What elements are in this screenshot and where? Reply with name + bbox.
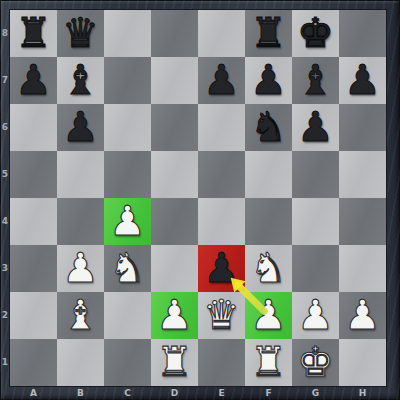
square-g3[interactable] — [292, 245, 339, 292]
white-pawn-c4[interactable]: ♟ — [104, 197, 151, 244]
chess-app-window: ♜♛♜♚♟♝♟♟♝♟♟♞♟♟♟♞♟♞♝♟♛♟♟♟♜♜♚ 87654321 ABC… — [0, 0, 400, 400]
file-labels: ABCDEFGH — [10, 387, 386, 400]
square-a2[interactable] — [10, 292, 57, 339]
rank-label-3: 3 — [0, 245, 10, 292]
rank-label-8: 8 — [0, 10, 10, 57]
square-e5[interactable] — [198, 151, 245, 198]
black-pawn-g6[interactable]: ♟ — [292, 103, 339, 150]
square-h6[interactable] — [339, 104, 386, 151]
square-a7[interactable]: ♟ — [10, 57, 57, 104]
square-b4[interactable] — [57, 198, 104, 245]
white-pawn-d2[interactable]: ♟ — [151, 291, 198, 338]
file-label-b: B — [57, 387, 104, 400]
square-d3[interactable] — [151, 245, 198, 292]
square-c6[interactable] — [104, 104, 151, 151]
rank-label-2: 2 — [0, 292, 10, 339]
black-queen-b8[interactable]: ♛ — [57, 9, 104, 56]
rank-label-5: 5 — [0, 151, 10, 198]
square-c7[interactable] — [104, 57, 151, 104]
white-knight-c3[interactable]: ♞ — [104, 244, 151, 291]
square-f2[interactable]: ♟ — [245, 292, 292, 339]
rank-labels: 87654321 — [0, 10, 10, 386]
file-label-e: E — [198, 387, 245, 400]
white-pawn-g2[interactable]: ♟ — [292, 291, 339, 338]
square-c3[interactable]: ♞ — [104, 245, 151, 292]
white-queen-e2[interactable]: ♛ — [198, 291, 245, 338]
white-pawn-h2[interactable]: ♟ — [339, 291, 386, 338]
square-e4[interactable] — [198, 198, 245, 245]
black-bishop-g7[interactable]: ♝ — [292, 56, 339, 103]
square-f7[interactable]: ♟ — [245, 57, 292, 104]
square-b5[interactable] — [57, 151, 104, 198]
black-pawn-e7[interactable]: ♟ — [198, 56, 245, 103]
black-pawn-a7[interactable]: ♟ — [10, 56, 57, 103]
white-pawn-f2[interactable]: ♟ — [245, 291, 292, 338]
black-rook-f8[interactable]: ♜ — [245, 9, 292, 56]
white-rook-d1[interactable]: ♜ — [151, 338, 198, 385]
square-e1[interactable] — [198, 339, 245, 386]
square-d2[interactable]: ♟ — [151, 292, 198, 339]
file-label-a: A — [10, 387, 57, 400]
rank-label-1: 1 — [0, 339, 10, 386]
black-bishop-b7[interactable]: ♝ — [57, 56, 104, 103]
square-d5[interactable] — [151, 151, 198, 198]
square-f5[interactable] — [245, 151, 292, 198]
square-f1[interactable]: ♜ — [245, 339, 292, 386]
file-label-c: C — [104, 387, 151, 400]
square-e7[interactable]: ♟ — [198, 57, 245, 104]
square-b8[interactable]: ♛ — [57, 10, 104, 57]
square-g1[interactable]: ♚ — [292, 339, 339, 386]
square-h8[interactable] — [339, 10, 386, 57]
square-f8[interactable]: ♜ — [245, 10, 292, 57]
square-f4[interactable] — [245, 198, 292, 245]
square-g6[interactable]: ♟ — [292, 104, 339, 151]
square-e2[interactable]: ♛ — [198, 292, 245, 339]
square-a3[interactable] — [10, 245, 57, 292]
square-b7[interactable]: ♝ — [57, 57, 104, 104]
square-g4[interactable] — [292, 198, 339, 245]
square-b6[interactable]: ♟ — [57, 104, 104, 151]
square-d8[interactable] — [151, 10, 198, 57]
square-h4[interactable] — [339, 198, 386, 245]
rank-label-7: 7 — [0, 57, 10, 104]
white-rook-f1[interactable]: ♜ — [245, 338, 292, 385]
square-g2[interactable]: ♟ — [292, 292, 339, 339]
square-a4[interactable] — [10, 198, 57, 245]
white-knight-f3[interactable]: ♞ — [245, 244, 292, 291]
square-h3[interactable] — [339, 245, 386, 292]
square-a8[interactable]: ♜ — [10, 10, 57, 57]
square-h7[interactable]: ♟ — [339, 57, 386, 104]
square-d1[interactable]: ♜ — [151, 339, 198, 386]
square-c4[interactable]: ♟ — [104, 198, 151, 245]
square-h5[interactable] — [339, 151, 386, 198]
square-f6[interactable]: ♞ — [245, 104, 292, 151]
square-d7[interactable] — [151, 57, 198, 104]
black-pawn-f7[interactable]: ♟ — [245, 56, 292, 103]
square-c2[interactable] — [104, 292, 151, 339]
square-c1[interactable] — [104, 339, 151, 386]
black-knight-f6[interactable]: ♞ — [245, 103, 292, 150]
rank-label-4: 4 — [0, 198, 10, 245]
square-c5[interactable] — [104, 151, 151, 198]
black-pawn-e3[interactable]: ♟ — [198, 244, 245, 291]
square-b2[interactable]: ♝ — [57, 292, 104, 339]
square-h1[interactable] — [339, 339, 386, 386]
square-c8[interactable] — [104, 10, 151, 57]
file-label-g: G — [292, 387, 339, 400]
rank-label-6: 6 — [0, 104, 10, 151]
black-pawn-b6[interactable]: ♟ — [57, 103, 104, 150]
black-rook-a8[interactable]: ♜ — [10, 9, 57, 56]
square-e6[interactable] — [198, 104, 245, 151]
black-pawn-h7[interactable]: ♟ — [339, 56, 386, 103]
square-g5[interactable] — [292, 151, 339, 198]
file-label-h: H — [339, 387, 386, 400]
square-g7[interactable]: ♝ — [292, 57, 339, 104]
white-bishop-b2[interactable]: ♝ — [57, 291, 104, 338]
square-e3[interactable]: ♟ — [198, 245, 245, 292]
chess-board[interactable]: ♜♛♜♚♟♝♟♟♝♟♟♞♟♟♟♞♟♞♝♟♛♟♟♟♜♜♚ — [10, 10, 386, 386]
white-pawn-b3[interactable]: ♟ — [57, 244, 104, 291]
square-d6[interactable] — [151, 104, 198, 151]
square-e8[interactable] — [198, 10, 245, 57]
square-d4[interactable] — [151, 198, 198, 245]
square-a1[interactable] — [10, 339, 57, 386]
file-label-f: F — [245, 387, 292, 400]
square-b3[interactable]: ♟ — [57, 245, 104, 292]
square-b1[interactable] — [57, 339, 104, 386]
black-king-g8[interactable]: ♚ — [292, 9, 339, 56]
square-a6[interactable] — [10, 104, 57, 151]
file-label-d: D — [151, 387, 198, 400]
square-g8[interactable]: ♚ — [292, 10, 339, 57]
square-f3[interactable]: ♞ — [245, 245, 292, 292]
square-h2[interactable]: ♟ — [339, 292, 386, 339]
square-a5[interactable] — [10, 151, 57, 198]
white-king-g1[interactable]: ♚ — [292, 338, 339, 385]
